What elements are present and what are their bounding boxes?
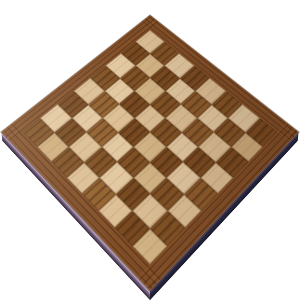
chess-board — [2, 15, 299, 291]
board-squares-field — [23, 30, 278, 265]
product-photo — [0, 0, 300, 300]
